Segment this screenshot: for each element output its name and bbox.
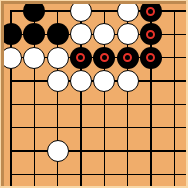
intersection-c2-r7[interactable] [23,139,46,162]
intersection-c6-r7[interactable] [116,139,139,162]
intersection-c1-r4[interactable] [4,69,23,92]
intersection-c4-r2[interactable] [69,23,92,46]
intersection-c8-r7[interactable] [163,139,186,162]
intersection-c8-r1[interactable] [163,4,186,23]
intersection-c2-r5[interactable] [23,93,46,116]
intersection-c3-r3[interactable] [46,46,69,69]
intersection-c7-r6[interactable] [139,116,162,139]
intersection-c4-r5[interactable] [69,93,92,116]
intersection-c5-r8[interactable] [93,163,116,186]
intersection-c3-r2[interactable] [46,23,69,46]
intersection-c7-r8[interactable] [139,163,162,186]
intersection-c6-r3[interactable] [116,46,139,69]
intersection-c2-r1[interactable] [23,4,46,23]
intersection-c2-r3[interactable] [23,46,46,69]
intersection-c4-r7[interactable] [69,139,92,162]
intersection-c8-r5[interactable] [163,93,186,116]
intersection-c3-r4[interactable] [46,69,69,92]
intersection-c1-r2[interactable] [4,23,23,46]
intersection-c5-r5[interactable] [93,93,116,116]
intersection-c1-r6[interactable] [4,116,23,139]
intersection-c1-r1[interactable] [4,4,23,23]
intersection-c7-r1[interactable] [139,4,162,23]
intersection-c3-r5[interactable] [46,93,69,116]
intersection-c2-r8[interactable] [23,163,46,186]
intersection-c6-r6[interactable] [116,116,139,139]
intersection-c8-r4[interactable] [163,69,186,92]
intersection-c1-r7[interactable] [4,139,23,162]
intersection-c4-r1[interactable] [69,4,92,23]
intersection-c6-r2[interactable] [116,23,139,46]
intersection-c7-r2[interactable] [139,23,162,46]
go-board[interactable] [4,4,186,186]
intersection-c3-r7[interactable] [46,139,69,162]
intersection-c1-r8[interactable] [4,163,23,186]
intersection-c1-r5[interactable] [4,93,23,116]
intersection-c7-r4[interactable] [139,69,162,92]
intersection-c5-r3[interactable] [93,46,116,69]
go-diagram [0,0,188,188]
intersection-c1-r3[interactable] [4,46,23,69]
intersection-c5-r2[interactable] [93,23,116,46]
intersection-c8-r3[interactable] [163,46,186,69]
intersection-c4-r4[interactable] [69,69,92,92]
intersection-c2-r6[interactable] [23,116,46,139]
intersection-c2-r4[interactable] [23,69,46,92]
intersection-c4-r3[interactable] [69,46,92,69]
intersection-c3-r8[interactable] [46,163,69,186]
intersection-c2-r2[interactable] [23,23,46,46]
intersection-c5-r7[interactable] [93,139,116,162]
intersection-c5-r1[interactable] [93,4,116,23]
intersection-c8-r6[interactable] [163,116,186,139]
intersection-c3-r6[interactable] [46,116,69,139]
intersection-c4-r6[interactable] [69,116,92,139]
intersection-c6-r8[interactable] [116,163,139,186]
intersection-c3-r1[interactable] [46,4,69,23]
intersection-c6-r5[interactable] [116,93,139,116]
intersection-c8-r2[interactable] [163,23,186,46]
intersection-c7-r7[interactable] [139,139,162,162]
intersection-c5-r6[interactable] [93,116,116,139]
intersection-c6-r4[interactable] [116,69,139,92]
intersection-c7-r3[interactable] [139,46,162,69]
intersection-c8-r8[interactable] [163,163,186,186]
intersection-c6-r1[interactable] [116,4,139,23]
intersection-c7-r5[interactable] [139,93,162,116]
intersection-c4-r8[interactable] [69,163,92,186]
intersection-c5-r4[interactable] [93,69,116,92]
